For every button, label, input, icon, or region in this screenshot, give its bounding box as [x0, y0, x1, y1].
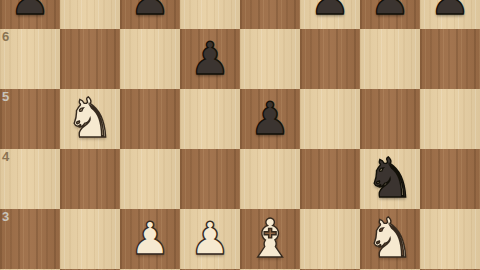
- square-a7[interactable]: ♟: [0, 0, 60, 29]
- square-h3[interactable]: [420, 209, 480, 269]
- square-g5[interactable]: [360, 89, 420, 149]
- square-h6[interactable]: [420, 29, 480, 89]
- square-a3[interactable]: 3: [0, 209, 60, 269]
- square-b6[interactable]: [60, 29, 120, 89]
- square-g4[interactable]: ♞: [360, 149, 420, 209]
- white-pawn-d3[interactable]: ♟: [190, 216, 230, 261]
- square-d6[interactable]: ♟: [180, 29, 240, 89]
- square-b7[interactable]: [60, 0, 120, 29]
- square-g7[interactable]: ♟: [360, 0, 420, 29]
- chess-board: ♟♟♟♟♟6♟5♞♟4♞3♟♟♝♞: [0, 0, 480, 270]
- square-f4[interactable]: [300, 149, 360, 209]
- square-h5[interactable]: [420, 89, 480, 149]
- square-d3[interactable]: ♟: [180, 209, 240, 269]
- white-knight-g3[interactable]: ♞: [365, 211, 414, 266]
- rank-label-5: 5: [2, 89, 9, 105]
- square-f3[interactable]: [300, 209, 360, 269]
- square-c7[interactable]: ♟: [120, 0, 180, 29]
- square-d7[interactable]: [180, 0, 240, 29]
- chess-board-viewport: ♟♟♟♟♟6♟5♞♟4♞3♟♟♝♞: [0, 0, 480, 270]
- black-pawn-a7[interactable]: ♟: [10, 0, 50, 21]
- square-a6[interactable]: 6: [0, 29, 60, 89]
- square-b5[interactable]: ♞: [60, 89, 120, 149]
- square-a5[interactable]: 5: [0, 89, 60, 149]
- square-c6[interactable]: [120, 29, 180, 89]
- black-pawn-d6[interactable]: ♟: [190, 36, 230, 81]
- square-a4[interactable]: 4: [0, 149, 60, 209]
- square-c3[interactable]: ♟: [120, 209, 180, 269]
- square-e4[interactable]: [240, 149, 300, 209]
- square-h7[interactable]: ♟: [420, 0, 480, 29]
- square-d4[interactable]: [180, 149, 240, 209]
- black-pawn-h7[interactable]: ♟: [430, 0, 470, 21]
- square-e5[interactable]: ♟: [240, 89, 300, 149]
- square-b4[interactable]: [60, 149, 120, 209]
- square-e7[interactable]: [240, 0, 300, 29]
- white-bishop-e3[interactable]: ♝: [246, 212, 294, 265]
- square-c4[interactable]: [120, 149, 180, 209]
- rank-label-6: 6: [2, 29, 9, 45]
- black-pawn-g7[interactable]: ♟: [370, 0, 410, 21]
- black-pawn-f7[interactable]: ♟: [310, 0, 350, 21]
- square-g6[interactable]: [360, 29, 420, 89]
- rank-label-4: 4: [2, 149, 9, 165]
- white-knight-b5[interactable]: ♞: [65, 91, 114, 146]
- square-e3[interactable]: ♝: [240, 209, 300, 269]
- black-knight-g4[interactable]: ♞: [365, 151, 414, 206]
- square-f6[interactable]: [300, 29, 360, 89]
- square-b3[interactable]: [60, 209, 120, 269]
- square-h4[interactable]: [420, 149, 480, 209]
- white-pawn-c3[interactable]: ♟: [130, 216, 170, 261]
- square-f5[interactable]: [300, 89, 360, 149]
- square-e6[interactable]: [240, 29, 300, 89]
- square-f7[interactable]: ♟: [300, 0, 360, 29]
- rank-label-3: 3: [2, 209, 9, 225]
- black-pawn-c7[interactable]: ♟: [130, 0, 170, 21]
- square-d5[interactable]: [180, 89, 240, 149]
- square-c5[interactable]: [120, 89, 180, 149]
- square-g3[interactable]: ♞: [360, 209, 420, 269]
- black-pawn-e5[interactable]: ♟: [250, 96, 290, 141]
